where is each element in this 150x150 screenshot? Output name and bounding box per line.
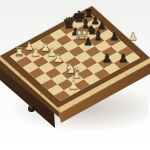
brass-pin [72,104,74,106]
drawer-knob [28,105,35,112]
brass-pin [126,74,128,76]
brass-pin [20,75,22,77]
brass-pin [141,66,143,68]
chess-set-photo: ♜♟♛♚♜♟♟♟♝♟♟♚♞♟♟♟♝♟♞♝♟♟♟♟ [0,0,150,150]
brass-pin [90,94,92,96]
brass-pin [108,84,110,86]
brass-pin [40,93,42,95]
